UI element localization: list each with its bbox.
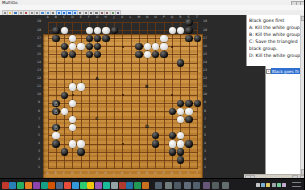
- coord-col-top: K: [120, 16, 124, 19]
- white-stone-E4[interactable]: [77, 140, 84, 147]
- coord-row-right: 10: [202, 93, 208, 96]
- coord-row-right: 11: [202, 85, 208, 88]
- zoom-out-icon: [106, 12, 108, 14]
- coord-row-right: 6: [202, 126, 208, 129]
- black-stone-Q8[interactable]: [169, 108, 176, 115]
- white-stone-R7[interactable]: [177, 116, 184, 123]
- coord-row-left: 3: [36, 150, 42, 153]
- black-stone-S19[interactable]: [185, 19, 192, 26]
- white-stone-D9[interactable]: [69, 100, 76, 107]
- black-stone-T17[interactable]: [194, 35, 201, 42]
- taskbar-icon[interactable]: [9, 182, 16, 189]
- black-stone-S17[interactable]: [185, 35, 192, 42]
- grid-vline: [131, 22, 132, 169]
- black-stone-T9[interactable]: [194, 100, 201, 107]
- comment-line: C: Save the triangled: [249, 38, 300, 45]
- first-move-icon: [58, 12, 60, 14]
- taskbar-icon[interactable]: [119, 182, 126, 189]
- tray-icon[interactable]: [282, 183, 286, 187]
- last-move-icon: [74, 12, 76, 14]
- coord-col-bottom: P: [162, 172, 166, 175]
- white-stone-E16[interactable]: [77, 43, 84, 50]
- coord-col-bottom: K: [120, 172, 124, 175]
- taskbar-icon[interactable]: [17, 182, 24, 189]
- coord-col-bottom: C: [62, 172, 66, 175]
- coord-row-left: 14: [36, 61, 42, 64]
- open-file-icon: [9, 12, 11, 14]
- coord-col-top: G: [95, 16, 99, 19]
- tree-selected-node-label: Black goes first: [272, 69, 299, 74]
- coord-row-left: 11: [36, 85, 42, 88]
- white-stone-R8[interactable]: [177, 108, 184, 115]
- coord-col-top: P: [162, 16, 166, 19]
- white-stone-R5[interactable]: [177, 132, 184, 139]
- coord-row-left: 19: [36, 20, 42, 23]
- taskbar-icon[interactable]: [87, 182, 94, 189]
- taskbar-icon-overflow[interactable]: [184, 182, 191, 189]
- white-stone-D4[interactable]: [69, 140, 76, 147]
- taskbar-icon-overflow[interactable]: [155, 182, 162, 189]
- pass-move-icon: [79, 12, 81, 14]
- tray-icon[interactable]: [272, 183, 276, 187]
- black-stone-S18[interactable]: [185, 27, 192, 34]
- black-stone-B8[interactable]: △: [52, 108, 59, 115]
- black-stone-B18[interactable]: [52, 27, 59, 34]
- white-stone-R4[interactable]: [177, 140, 184, 147]
- coord-col-top: H: [104, 16, 108, 19]
- coord-row-right: 7: [202, 118, 208, 121]
- help-about-icon: [117, 12, 119, 14]
- new-file-icon: [4, 12, 6, 14]
- black-stone-C15[interactable]: [61, 51, 68, 58]
- zoom-in-icon: [101, 12, 103, 14]
- coord-col-top: S: [187, 16, 191, 19]
- coord-row-right: 1: [202, 166, 208, 169]
- coord-col-bottom: H: [104, 172, 108, 175]
- coord-row-right: 16: [202, 45, 208, 48]
- board-label-A: A: [95, 77, 98, 82]
- board-label-C: C: [95, 117, 98, 122]
- coord-col-bottom: F: [87, 172, 91, 175]
- scroll-up-arrow[interactable]: [301, 16, 304, 22]
- grid-vline: [197, 22, 198, 169]
- black-stone-R2[interactable]: [177, 156, 184, 163]
- coord-col-top: C: [62, 16, 66, 19]
- coord-row-left: 5: [36, 134, 42, 137]
- comment-line: Black goes first: [249, 17, 300, 24]
- undo-icon: [41, 12, 43, 14]
- black-stone-F17[interactable]: [86, 35, 93, 42]
- white-stone-S8[interactable]: [185, 108, 192, 115]
- coord-row-right: 5: [202, 134, 208, 137]
- coord-row-left: 13: [36, 69, 42, 72]
- coord-col-top: R: [178, 16, 182, 19]
- cut-icon: [25, 12, 27, 14]
- comment-line: A: Kill the white group: [249, 24, 300, 31]
- coord-row-right: 14: [202, 61, 208, 64]
- black-stone-D15[interactable]: [69, 51, 76, 58]
- board-label-D: D: [145, 125, 149, 130]
- coord-col-bottom: S: [187, 172, 191, 175]
- coord-row-left: 8: [36, 110, 42, 113]
- coord-col-bottom: A: [46, 172, 50, 175]
- coord-col-bottom: D: [70, 172, 74, 175]
- game-tree-panel[interactable]: [265, 66, 301, 174]
- black-stone-S7[interactable]: [185, 116, 192, 123]
- black-stone-B6[interactable]: △: [52, 124, 59, 131]
- white-stone-Q4[interactable]: [169, 140, 176, 147]
- coord-col-bottom: M: [137, 172, 141, 175]
- coord-col-top: M: [137, 16, 141, 19]
- taskbar-icon[interactable]: [72, 182, 79, 189]
- coord-col-top: F: [87, 16, 91, 19]
- tray-icon[interactable]: [256, 183, 260, 187]
- black-stone-M15[interactable]: [135, 51, 142, 58]
- white-stone-D17[interactable]: [69, 35, 76, 42]
- taskbar-icon-overflow[interactable]: [203, 182, 210, 189]
- white-stone-P16[interactable]: [160, 43, 167, 50]
- black-stone-M16[interactable]: [135, 43, 142, 50]
- coord-col-bottom: O: [153, 172, 157, 175]
- taskbar-icon-overflow[interactable]: [165, 182, 172, 189]
- tray-icon[interactable]: [261, 183, 265, 187]
- white-stone-G18[interactable]: [94, 27, 101, 34]
- coord-row-right: 15: [202, 53, 208, 56]
- black-stone-P15[interactable]: [160, 51, 167, 58]
- black-stone-R3[interactable]: [177, 148, 184, 155]
- coord-col-bottom: G: [95, 172, 99, 175]
- coord-col-bottom: J: [112, 172, 116, 175]
- board-info-icon: [52, 12, 54, 14]
- hoshi-point: [171, 46, 173, 48]
- coord-row-left: 17: [36, 37, 42, 40]
- white-stone-R18[interactable]: [177, 27, 184, 34]
- coord-row-right: 13: [202, 69, 208, 72]
- coord-col-top: T: [195, 16, 199, 19]
- black-stone-G17[interactable]: [94, 35, 101, 42]
- paste-icon: [36, 12, 38, 14]
- black-stone-O4[interactable]: [152, 140, 159, 147]
- black-stone-B17[interactable]: [52, 35, 59, 42]
- mark-letter-icon: [95, 12, 97, 14]
- white-stone-C8[interactable]: [61, 108, 68, 115]
- coord-row-left: 6: [36, 126, 42, 129]
- black-stone-O15[interactable]: [152, 51, 159, 58]
- white-stone-H18[interactable]: [102, 27, 109, 34]
- mark-triangle-icon: [85, 12, 87, 14]
- coord-col-top: N: [145, 16, 149, 19]
- taskbar-icon[interactable]: [25, 182, 32, 189]
- coord-row-left: 9: [36, 101, 42, 104]
- taskbar-icon[interactable]: [64, 182, 71, 189]
- black-stone-G16[interactable]: [94, 43, 101, 50]
- triangle-mark: △: [52, 124, 59, 131]
- comment-panel[interactable]: Black goes firstA: Kill the white groupB…: [246, 15, 300, 66]
- coord-row-left: 10: [36, 93, 42, 96]
- black-stone-C3[interactable]: [61, 148, 68, 155]
- coord-col-top: J: [112, 16, 116, 19]
- taskbar-icon[interactable]: [48, 182, 55, 189]
- taskbar-icon-overflow[interactable]: [193, 182, 200, 189]
- comment-line: B: Kill the white group: [249, 31, 300, 38]
- black-stone-S9[interactable]: [185, 100, 192, 107]
- hoshi-point: [72, 94, 74, 96]
- black-stone-F15[interactable]: [86, 51, 93, 58]
- comment-line: black group.: [249, 45, 300, 52]
- prev-move-icon: [63, 12, 65, 14]
- coord-row-left: 4: [36, 142, 42, 145]
- grid-hline: [48, 168, 198, 169]
- taskbar-icon[interactable]: [134, 182, 141, 189]
- coord-col-bottom: R: [178, 172, 182, 175]
- white-stone-C18[interactable]: [61, 27, 68, 34]
- black-stone-C10[interactable]: [61, 92, 68, 99]
- white-stone-P17[interactable]: [160, 35, 167, 42]
- right-vertical-scrollbar[interactable]: [300, 15, 305, 174]
- print-icon: [20, 12, 22, 14]
- grid-hline: [48, 160, 198, 161]
- coord-row-right: 17: [202, 37, 208, 40]
- triangle-mark: △: [52, 108, 59, 115]
- black-stone-R14[interactable]: [177, 59, 184, 66]
- white-stone-D7[interactable]: [69, 116, 76, 123]
- hoshi-point: [122, 46, 124, 48]
- taskbar-icon-overflow[interactable]: [212, 182, 219, 189]
- black-stone-H17[interactable]: [102, 35, 109, 42]
- coord-row-right: 12: [202, 77, 208, 80]
- taskbar-icon[interactable]: [56, 182, 63, 189]
- tray-clock-line1: [292, 182, 301, 184]
- hoshi-point: [122, 143, 124, 145]
- coord-col-top: E: [79, 16, 83, 19]
- coord-col-bottom: E: [79, 172, 83, 175]
- taskbar-icon[interactable]: [142, 182, 149, 189]
- save-file-icon: [14, 12, 16, 14]
- taskbar-icon-overflow[interactable]: [222, 182, 229, 189]
- coord-col-top: B: [54, 16, 58, 19]
- taskbar-icon[interactable]: [111, 182, 118, 189]
- black-stone-C16[interactable]: [61, 43, 68, 50]
- coord-row-left: 18: [36, 29, 42, 32]
- black-stone-B9[interactable]: △: [52, 100, 59, 107]
- taskbar-icon[interactable]: [41, 182, 48, 189]
- black-stone-J18[interactable]: [111, 27, 118, 34]
- taskbar-icon[interactable]: [33, 182, 40, 189]
- black-stone-B4[interactable]: [52, 140, 59, 147]
- coord-row-left: 7: [36, 118, 42, 121]
- coord-row-left: 12: [36, 77, 42, 80]
- white-stone-D16[interactable]: [69, 43, 76, 50]
- mark-square-icon: [90, 12, 92, 14]
- coord-row-left: 15: [36, 53, 42, 56]
- black-stone-Q5[interactable]: [169, 132, 176, 139]
- white-stone-Q18[interactable]: [169, 27, 176, 34]
- coord-row-right: 2: [202, 158, 208, 161]
- white-stone-F18[interactable]: [86, 27, 93, 34]
- white-stone-B5[interactable]: [52, 132, 59, 139]
- coord-col-bottom: T: [195, 172, 199, 175]
- taskbar-icon[interactable]: [103, 182, 110, 189]
- white-stone-N16[interactable]: [144, 43, 151, 50]
- coord-row-left: 16: [36, 45, 42, 48]
- coord-col-top: O: [153, 16, 157, 19]
- tray-icon[interactable]: [277, 183, 281, 187]
- white-stone-D6[interactable]: [69, 124, 76, 131]
- options-icon: [112, 12, 114, 14]
- coord-col-top: D: [70, 16, 74, 19]
- black-stone-G15[interactable]: [94, 51, 101, 58]
- coord-row-right: 3: [202, 150, 208, 153]
- coord-row-left: 1: [36, 166, 42, 169]
- black-stone-S4[interactable]: [185, 140, 192, 147]
- next-move-icon: [68, 12, 70, 14]
- coord-col-bottom: N: [145, 172, 149, 175]
- coord-row-right: 4: [202, 142, 208, 145]
- taskbar-icon[interactable]: [95, 182, 102, 189]
- taskbar-icon[interactable]: [80, 182, 87, 189]
- white-stone-N15[interactable]: [144, 51, 151, 58]
- board-label-B: B: [145, 85, 148, 90]
- white-stone-E11[interactable]: [77, 83, 84, 90]
- black-stone-F16[interactable]: [86, 43, 93, 50]
- coord-col-bottom: Q: [170, 172, 174, 175]
- coord-row-right: 9: [202, 101, 208, 104]
- coord-row-right: 8: [202, 110, 208, 113]
- coord-row-right: 19: [202, 20, 208, 23]
- hoshi-point: [122, 94, 124, 96]
- app-window: MultiGo FileEditViewNavigateToolsWindowH…: [0, 0, 304, 190]
- tray-icon[interactable]: [266, 183, 270, 187]
- white-stone-O16[interactable]: [152, 43, 159, 50]
- black-stone-E3[interactable]: [77, 148, 84, 155]
- coord-col-bottom: B: [54, 172, 58, 175]
- taskbar-icon-overflow[interactable]: [174, 182, 181, 189]
- taskbar-icon[interactable]: [126, 182, 133, 189]
- coord-col-top: A: [46, 16, 50, 19]
- os-taskbar: [0, 178, 304, 190]
- triangle-mark: △: [52, 100, 59, 107]
- black-stone-Q3[interactable]: [169, 148, 176, 155]
- black-stone-R9[interactable]: [177, 100, 184, 107]
- coord-row-left: 2: [36, 158, 42, 161]
- coord-col-top: Q: [170, 16, 174, 19]
- coord-row-right: 18: [202, 29, 208, 32]
- coord-col-bottom: L: [129, 172, 133, 175]
- taskbar-icon[interactable]: [2, 182, 9, 189]
- redo-icon: [47, 12, 49, 14]
- black-stone-O5[interactable]: [152, 132, 159, 139]
- copy-icon: [31, 12, 33, 14]
- tray-clock-line2: [292, 186, 301, 188]
- comment-line: D: Kill the white group: [249, 52, 300, 59]
- white-stone-D11[interactable]: [69, 83, 76, 90]
- coord-col-top: L: [129, 16, 133, 19]
